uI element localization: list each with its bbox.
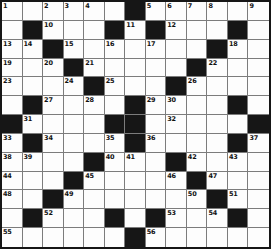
cell-r4c13[interactable]: [248, 59, 269, 78]
cell-r8c4[interactable]: [64, 134, 85, 153]
cell-r5c13[interactable]: [248, 77, 269, 96]
black-cell-r4c4: [64, 59, 85, 78]
cell-r11c4[interactable]: 49: [64, 190, 85, 209]
cell-r9c13[interactable]: [248, 153, 269, 172]
clue-number-52: 52: [44, 209, 53, 217]
cell-r9c3[interactable]: [43, 153, 64, 172]
cell-r12c13[interactable]: [248, 209, 269, 228]
cell-r11c9[interactable]: [166, 190, 187, 209]
cell-r11c12[interactable]: 51: [228, 190, 249, 209]
cell-r2c5[interactable]: [84, 21, 105, 40]
cell-r10c2[interactable]: [23, 172, 44, 191]
cell-r5c2[interactable]: [23, 77, 44, 96]
clue-number-21: 21: [85, 59, 94, 67]
cell-r10c9[interactable]: 46: [166, 172, 187, 191]
black-cell-r11c11: [207, 190, 228, 209]
cell-r7c8[interactable]: [146, 115, 167, 134]
black-cell-r2c6: [105, 21, 126, 40]
black-cell-r3c11: [207, 40, 228, 59]
cell-r7c11[interactable]: [207, 115, 228, 134]
cell-r13c8[interactable]: 56: [146, 228, 167, 247]
cell-r11c7[interactable]: [125, 190, 146, 209]
cell-r13c11[interactable]: [207, 228, 228, 247]
cell-r8c13[interactable]: 37: [248, 134, 269, 153]
cell-r12c5[interactable]: [84, 209, 105, 228]
clue-number-10: 10: [44, 21, 53, 29]
cell-r5c12[interactable]: [228, 77, 249, 96]
clue-number-42: 42: [188, 153, 197, 161]
cell-r9c1[interactable]: 38: [2, 153, 23, 172]
black-cell-r6c12: [228, 96, 249, 115]
clue-number-34: 34: [44, 134, 53, 142]
black-cell-r2c12: [228, 21, 249, 40]
clue-number-9: 9: [249, 2, 253, 10]
clue-number-40: 40: [106, 153, 115, 161]
cell-r6c3[interactable]: 27: [43, 96, 64, 115]
cell-r9c2[interactable]: 39: [23, 153, 44, 172]
black-cell-r11c3: [43, 190, 64, 209]
cell-r1c3[interactable]: 2: [43, 2, 64, 21]
cell-r3c10[interactable]: [187, 40, 208, 59]
cell-r4c8[interactable]: [146, 59, 167, 78]
cell-r3c5[interactable]: [84, 40, 105, 59]
clue-number-38: 38: [3, 153, 12, 161]
black-cell-r8c2: [23, 134, 44, 153]
clue-number-18: 18: [229, 40, 238, 48]
cell-r1c2[interactable]: [23, 2, 44, 21]
clue-number-41: 41: [126, 153, 135, 161]
cell-r6c1[interactable]: [2, 96, 23, 115]
cell-r8c5[interactable]: [84, 134, 105, 153]
black-cell-r6c2: [23, 96, 44, 115]
clue-number-39: 39: [24, 153, 33, 161]
black-cell-r8c7: [125, 134, 146, 153]
clue-number-36: 36: [147, 134, 156, 142]
cell-r5c11[interactable]: [207, 77, 228, 96]
cell-r2c1[interactable]: [2, 21, 23, 40]
clue-number-2: 2: [44, 2, 48, 10]
cell-r2c3[interactable]: 10: [43, 21, 64, 40]
cell-r13c6[interactable]: [105, 228, 126, 247]
cell-r12c1[interactable]: [2, 209, 23, 228]
cell-r5c10[interactable]: 26: [187, 77, 208, 96]
clue-number-24: 24: [65, 77, 74, 85]
cell-r4c12[interactable]: [228, 59, 249, 78]
cell-r3c2[interactable]: 14: [23, 40, 44, 59]
cell-r13c2[interactable]: [23, 228, 44, 247]
clue-number-31: 31: [24, 115, 33, 123]
black-cell-r4c10: [187, 59, 208, 78]
cell-r7c3[interactable]: [43, 115, 64, 134]
cell-r9c4[interactable]: [64, 153, 85, 172]
cell-r13c5[interactable]: [84, 228, 105, 247]
clue-number-22: 22: [208, 59, 217, 67]
cell-r1c12[interactable]: [228, 2, 249, 21]
cell-r10c5[interactable]: 45: [84, 172, 105, 191]
cell-r10c6[interactable]: [105, 172, 126, 191]
black-cell-r7c7: [125, 115, 146, 134]
cell-r10c1[interactable]: 44: [2, 172, 23, 191]
black-cell-r13c7: [125, 228, 146, 247]
black-cell-r1c7: [125, 2, 146, 21]
black-cell-r12c12: [228, 209, 249, 228]
clue-number-43: 43: [229, 153, 238, 161]
clue-number-44: 44: [3, 172, 12, 180]
cell-r11c5[interactable]: [84, 190, 105, 209]
cell-r5c3[interactable]: [43, 77, 64, 96]
cell-r4c5[interactable]: 21: [84, 59, 105, 78]
clue-number-1: 1: [3, 2, 7, 10]
cell-r11c1[interactable]: 48: [2, 190, 23, 209]
cell-r4c6[interactable]: [105, 59, 126, 78]
black-cell-r7c13: [248, 115, 269, 134]
cell-r9c8[interactable]: [146, 153, 167, 172]
cell-r13c13[interactable]: [248, 228, 269, 247]
clue-number-28: 28: [85, 96, 94, 104]
black-cell-r6c7: [125, 96, 146, 115]
clue-number-48: 48: [3, 190, 12, 198]
cell-r8c3[interactable]: 34: [43, 134, 64, 153]
cell-r7c10[interactable]: [187, 115, 208, 134]
cell-r6c5[interactable]: 28: [84, 96, 105, 115]
black-cell-r8c12: [228, 134, 249, 153]
clue-number-14: 14: [24, 40, 33, 48]
cell-r10c12[interactable]: [228, 172, 249, 191]
clue-number-13: 13: [3, 40, 12, 48]
cell-r2c7[interactable]: 11: [125, 21, 146, 40]
cell-r1c13[interactable]: 9: [248, 2, 269, 21]
clue-number-16: 16: [106, 40, 115, 48]
clue-number-54: 54: [208, 209, 217, 217]
cell-r3c6[interactable]: 16: [105, 40, 126, 59]
cell-r8c1[interactable]: 33: [2, 134, 23, 153]
black-cell-r9c9: [166, 153, 187, 172]
cell-r12c11[interactable]: 54: [207, 209, 228, 228]
cell-r6c10[interactable]: [187, 96, 208, 115]
black-cell-r10c10: [187, 172, 208, 191]
cell-r13c1[interactable]: 55: [2, 228, 23, 247]
clue-number-25: 25: [106, 77, 115, 85]
cell-r8c8[interactable]: 36: [146, 134, 167, 153]
cell-r9c10[interactable]: 42: [187, 153, 208, 172]
cell-r5c4[interactable]: 24: [64, 77, 85, 96]
cell-r1c4[interactable]: 3: [64, 2, 85, 21]
cell-r12c10[interactable]: [187, 209, 208, 228]
cell-r6c8[interactable]: 29: [146, 96, 167, 115]
black-cell-r9c5: [84, 153, 105, 172]
clue-number-20: 20: [44, 59, 53, 67]
cell-r11c10[interactable]: 50: [187, 190, 208, 209]
clue-number-49: 49: [65, 190, 74, 198]
cell-r7c4[interactable]: [64, 115, 85, 134]
cell-r4c11[interactable]: 22: [207, 59, 228, 78]
cell-r1c9[interactable]: 6: [166, 2, 187, 21]
cell-r1c5[interactable]: 4: [84, 2, 105, 21]
clue-number-56: 56: [147, 228, 156, 236]
clue-number-23: 23: [3, 77, 12, 85]
cell-r12c9[interactable]: 53: [166, 209, 187, 228]
cell-r6c4[interactable]: [64, 96, 85, 115]
cell-r9c11[interactable]: [207, 153, 228, 172]
cell-r11c6[interactable]: [105, 190, 126, 209]
cell-r2c4[interactable]: [64, 21, 85, 40]
cell-r11c13[interactable]: [248, 190, 269, 209]
cell-r1c6[interactable]: [105, 2, 126, 21]
cell-r1c10[interactable]: 7: [187, 2, 208, 21]
clue-number-51: 51: [229, 190, 238, 198]
cell-r11c8[interactable]: [146, 190, 167, 209]
cell-r5c7[interactable]: [125, 77, 146, 96]
clue-number-12: 12: [167, 21, 176, 29]
cell-r9c12[interactable]: 43: [228, 153, 249, 172]
cell-r10c3[interactable]: [43, 172, 64, 191]
cell-r6c13[interactable]: [248, 96, 269, 115]
cell-r4c2[interactable]: [23, 59, 44, 78]
cell-r3c8[interactable]: 17: [146, 40, 167, 59]
black-cell-r7c6: [105, 115, 126, 134]
cell-r10c8[interactable]: [146, 172, 167, 191]
clue-number-4: 4: [85, 2, 89, 10]
clue-number-15: 15: [65, 40, 74, 48]
cell-r3c9[interactable]: [166, 40, 187, 59]
clue-number-27: 27: [44, 96, 53, 104]
cell-r2c9[interactable]: 12: [166, 21, 187, 40]
cell-r5c8[interactable]: [146, 77, 167, 96]
cell-r12c4[interactable]: [64, 209, 85, 228]
cell-r10c13[interactable]: [248, 172, 269, 191]
cell-r8c11[interactable]: [207, 134, 228, 153]
cell-r3c1[interactable]: 13: [2, 40, 23, 59]
black-cell-r12c8: [146, 209, 167, 228]
clue-number-30: 30: [167, 96, 176, 104]
cell-r10c11[interactable]: 47: [207, 172, 228, 191]
clue-number-33: 33: [3, 134, 12, 142]
black-cell-r5c9: [166, 77, 187, 96]
cell-r7c12[interactable]: [228, 115, 249, 134]
clue-number-45: 45: [85, 172, 94, 180]
cell-r13c4[interactable]: [64, 228, 85, 247]
clue-number-5: 5: [147, 2, 151, 10]
clue-number-47: 47: [208, 172, 217, 180]
cell-r1c1[interactable]: 1: [2, 2, 23, 21]
clue-number-7: 7: [188, 2, 192, 10]
cell-r13c12[interactable]: [228, 228, 249, 247]
clue-number-29: 29: [147, 96, 156, 104]
cell-r2c13[interactable]: [248, 21, 269, 40]
cell-r9c7[interactable]: 41: [125, 153, 146, 172]
clue-number-6: 6: [167, 2, 171, 10]
cell-r6c6[interactable]: [105, 96, 126, 115]
clue-number-46: 46: [167, 172, 176, 180]
clue-number-35: 35: [106, 134, 115, 142]
cell-r3c13[interactable]: [248, 40, 269, 59]
clue-number-26: 26: [188, 77, 197, 85]
cell-r8c6[interactable]: 35: [105, 134, 126, 153]
black-cell-r2c2: [23, 21, 44, 40]
clue-number-17: 17: [147, 40, 156, 48]
cell-r5c6[interactable]: 25: [105, 77, 126, 96]
cell-r2c11[interactable]: [207, 21, 228, 40]
cell-r9c6[interactable]: 40: [105, 153, 126, 172]
black-cell-r2c8: [146, 21, 167, 40]
clue-number-3: 3: [65, 2, 69, 10]
clue-number-32: 32: [167, 115, 176, 123]
black-cell-r3c3: [43, 40, 64, 59]
clue-number-50: 50: [188, 190, 197, 198]
cell-r4c3[interactable]: 20: [43, 59, 64, 78]
clue-number-11: 11: [126, 21, 135, 29]
clue-number-53: 53: [167, 209, 176, 217]
clue-number-55: 55: [3, 228, 12, 236]
crossword-grid: 1234567891011121314151617181920212223242…: [0, 0, 271, 249]
cell-r3c7[interactable]: [125, 40, 146, 59]
cell-r7c2[interactable]: 31: [23, 115, 44, 134]
black-cell-r5c5: [84, 77, 105, 96]
cell-r2c10[interactable]: [187, 21, 208, 40]
black-cell-r7c1: [2, 115, 23, 134]
black-cell-r12c6: [105, 209, 126, 228]
cell-r13c9[interactable]: [166, 228, 187, 247]
clue-number-37: 37: [249, 134, 258, 142]
cell-r6c11[interactable]: [207, 96, 228, 115]
cell-r1c11[interactable]: 8: [207, 2, 228, 21]
cell-r12c7[interactable]: [125, 209, 146, 228]
cell-r7c9[interactable]: 32: [166, 115, 187, 134]
cell-r3c4[interactable]: 15: [64, 40, 85, 59]
cell-r4c9[interactable]: [166, 59, 187, 78]
cell-r4c1[interactable]: 19: [2, 59, 23, 78]
cell-r3c12[interactable]: 18: [228, 40, 249, 59]
cell-r8c10[interactable]: [187, 134, 208, 153]
black-cell-r10c4: [64, 172, 85, 191]
cell-r11c2[interactable]: [23, 190, 44, 209]
clue-number-8: 8: [208, 2, 212, 10]
black-cell-r12c2: [23, 209, 44, 228]
cell-r1c8[interactable]: 5: [146, 2, 167, 21]
cell-r8c9[interactable]: [166, 134, 187, 153]
cell-r6c9[interactable]: 30: [166, 96, 187, 115]
cell-r5c1[interactable]: 23: [2, 77, 23, 96]
cell-r13c10[interactable]: [187, 228, 208, 247]
cell-r7c5[interactable]: [84, 115, 105, 134]
cell-r12c3[interactable]: 52: [43, 209, 64, 228]
cell-r10c7[interactable]: [125, 172, 146, 191]
cell-r4c7[interactable]: [125, 59, 146, 78]
cell-r13c3[interactable]: [43, 228, 64, 247]
clue-number-19: 19: [3, 59, 12, 67]
